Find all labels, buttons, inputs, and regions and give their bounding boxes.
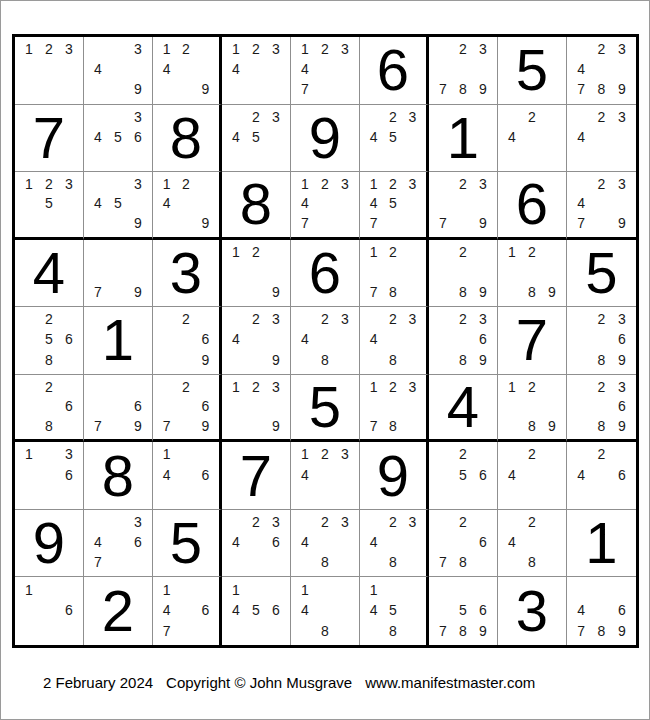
pencil-mark: 9 xyxy=(473,79,493,99)
pencil-mark: 7 xyxy=(88,416,108,436)
cell-r3c8: 6 xyxy=(498,172,567,240)
pencil-mark: 9 xyxy=(612,620,632,641)
pencil-mark: 2 xyxy=(383,377,402,397)
cell-r4c3: 3 xyxy=(153,240,222,308)
pencil-mark: 9 xyxy=(128,79,148,99)
pencil-mark: 2 xyxy=(315,309,335,329)
pencil-mark: 6 xyxy=(59,465,79,485)
pencil-mark: 4 xyxy=(571,127,591,147)
pencil-mark: 3 xyxy=(59,39,79,59)
pencil-mark: 2 xyxy=(453,174,473,194)
cell-r9c7: 56789 xyxy=(429,577,498,645)
pencil-marks: 23789 xyxy=(429,37,497,104)
pencil-mark: 8 xyxy=(383,552,402,572)
pencil-mark: 3 xyxy=(128,39,148,59)
cell-r5c2: 1 xyxy=(84,307,153,375)
pencil-mark: 5 xyxy=(108,194,128,214)
pencil-mark: 9 xyxy=(542,282,562,302)
pencil-mark: 8 xyxy=(453,552,473,572)
pencil-mark: 3 xyxy=(335,174,355,194)
pencil-mark: 3 xyxy=(335,309,355,329)
pencil-mark: 4 xyxy=(157,600,176,621)
cell-r2c5: 9 xyxy=(291,105,360,173)
cell-value: 1 xyxy=(84,307,152,374)
pencil-mark: 3 xyxy=(335,512,355,532)
pencil-mark: 2 xyxy=(383,512,402,532)
pencil-mark: 8 xyxy=(39,350,59,370)
pencil-mark: 2 xyxy=(453,444,473,464)
cell-r3c4: 8 xyxy=(222,172,291,240)
cell-r1c4: 1234 xyxy=(222,37,291,105)
pencil-mark: 2 xyxy=(176,309,195,329)
cell-r4c1: 4 xyxy=(15,240,84,308)
cell-value: 5 xyxy=(291,375,359,440)
pencil-mark: 2 xyxy=(176,39,195,59)
pencil-marks: 46789 xyxy=(567,577,636,645)
pencil-marks: 2348 xyxy=(360,307,426,374)
pencil-mark: 2 xyxy=(591,377,611,397)
pencil-mark: 9 xyxy=(196,416,215,436)
pencil-mark: 6 xyxy=(59,329,79,349)
pencil-marks: 1249 xyxy=(153,172,219,237)
pencil-mark: 7 xyxy=(433,213,453,233)
pencil-mark: 2 xyxy=(383,309,402,329)
pencil-marks: 146 xyxy=(153,442,219,509)
pencil-mark: 6 xyxy=(128,532,148,552)
pencil-mark: 6 xyxy=(473,329,493,349)
cell-r5c1: 2568 xyxy=(15,307,84,375)
pencil-mark: 2 xyxy=(315,444,335,464)
pencil-mark: 3 xyxy=(128,174,148,194)
pencil-mark: 3 xyxy=(403,512,422,532)
cell-r7c4: 7 xyxy=(222,442,291,510)
pencil-mark: 1 xyxy=(364,242,383,262)
pencil-mark: 4 xyxy=(226,600,246,621)
pencil-mark: 7 xyxy=(88,552,108,572)
pencil-marks: 1234 xyxy=(291,442,359,509)
pencil-mark: 2 xyxy=(453,39,473,59)
pencil-mark: 9 xyxy=(542,416,562,436)
pencil-mark: 8 xyxy=(453,79,473,99)
cell-r8c5: 2348 xyxy=(291,510,360,578)
pencil-mark: 7 xyxy=(433,79,453,99)
pencil-mark: 3 xyxy=(403,309,422,329)
pencil-mark: 6 xyxy=(266,600,286,621)
cell-r3c5: 12347 xyxy=(291,172,360,240)
pencil-marks: 3467 xyxy=(84,510,152,577)
cell-r5c4: 2349 xyxy=(222,307,291,375)
pencil-mark: 8 xyxy=(383,350,402,370)
pencil-mark: 1 xyxy=(364,579,383,600)
pencil-marks: 2678 xyxy=(429,510,497,577)
pencil-marks: 2568 xyxy=(15,307,83,374)
pencil-marks: 268 xyxy=(15,375,83,440)
pencil-mark: 1 xyxy=(502,242,522,262)
cell-r1c5: 12347 xyxy=(291,37,360,105)
pencil-mark: 2 xyxy=(522,512,542,532)
pencil-marks: 2345 xyxy=(222,105,290,172)
pencil-mark: 1 xyxy=(502,377,522,397)
pencil-mark: 5 xyxy=(383,194,402,214)
footer-copyright: Copyright © John Musgrave xyxy=(166,674,352,691)
pencil-mark: 4 xyxy=(295,194,315,214)
cell-r3c1: 1235 xyxy=(15,172,84,240)
pencil-mark: 2 xyxy=(246,377,266,397)
pencil-mark: 1 xyxy=(226,39,246,59)
pencil-marks: 3459 xyxy=(84,172,152,237)
footer-website: www.manifestmaster.com xyxy=(365,674,535,691)
cell-r2c9: 234 xyxy=(567,105,636,173)
cell-r3c3: 1249 xyxy=(153,172,222,240)
pencil-mark: 2 xyxy=(591,39,611,59)
cell-value: 6 xyxy=(291,240,359,307)
cell-r8c3: 5 xyxy=(153,510,222,578)
cell-r7c3: 146 xyxy=(153,442,222,510)
pencil-mark: 6 xyxy=(128,127,148,147)
cell-r9c1: 16 xyxy=(15,577,84,645)
cell-r1c8: 5 xyxy=(498,37,567,105)
pencil-mark: 3 xyxy=(612,39,632,59)
pencil-mark: 7 xyxy=(433,552,453,572)
cell-value: 9 xyxy=(291,105,359,172)
pencil-mark: 6 xyxy=(196,465,215,485)
pencil-mark: 8 xyxy=(522,282,542,302)
pencil-mark: 5 xyxy=(246,600,266,621)
pencil-marks: 1467 xyxy=(153,577,219,645)
pencil-mark: 2 xyxy=(39,309,59,329)
pencil-marks: 256 xyxy=(429,442,497,509)
pencil-mark: 2 xyxy=(591,174,611,194)
pencil-mark: 2 xyxy=(522,377,542,397)
pencil-mark: 4 xyxy=(226,532,246,552)
pencil-mark: 9 xyxy=(612,416,632,436)
pencil-mark: 3 xyxy=(403,107,422,127)
pencil-mark: 7 xyxy=(433,620,453,641)
cell-r5c8: 7 xyxy=(498,307,567,375)
pencil-marks: 23689 xyxy=(567,375,636,440)
pencil-mark: 1 xyxy=(364,174,383,194)
pencil-marks: 16 xyxy=(15,577,83,645)
pencil-mark: 4 xyxy=(364,329,383,349)
cell-value: 7 xyxy=(15,105,83,172)
pencil-marks: 23479 xyxy=(567,172,636,237)
cell-r7c8: 24 xyxy=(498,442,567,510)
pencil-mark: 5 xyxy=(108,127,128,147)
cell-r8c6: 2348 xyxy=(360,510,429,578)
pencil-mark: 4 xyxy=(502,127,522,147)
pencil-mark: 1 xyxy=(295,39,315,59)
cell-r2c2: 3456 xyxy=(84,105,153,173)
pencil-mark: 2 xyxy=(39,377,59,397)
pencil-marks: 123457 xyxy=(360,172,426,237)
cell-r8c2: 3467 xyxy=(84,510,153,578)
cell-r8c7: 2678 xyxy=(429,510,498,578)
pencil-mark: 6 xyxy=(473,532,493,552)
pencil-mark: 1 xyxy=(157,444,176,464)
cell-r6c3: 2679 xyxy=(153,375,222,443)
pencil-mark: 3 xyxy=(266,107,286,127)
pencil-mark: 1 xyxy=(226,242,246,262)
pencil-mark: 2 xyxy=(176,377,195,397)
pencil-marks: 1458 xyxy=(360,577,426,645)
cell-value: 1 xyxy=(429,105,497,172)
cell-r9c2: 2 xyxy=(84,577,153,645)
pencil-mark: 1 xyxy=(295,579,315,600)
cell-r7c9: 246 xyxy=(567,442,636,510)
cell-value: 2 xyxy=(84,577,152,645)
pencil-marks: 24 xyxy=(498,105,566,172)
pencil-mark: 9 xyxy=(612,350,632,370)
pencil-mark: 3 xyxy=(612,174,632,194)
pencil-mark: 3 xyxy=(335,444,355,464)
pencil-mark: 8 xyxy=(383,416,402,436)
pencil-mark: 3 xyxy=(612,309,632,329)
cell-r4c6: 1278 xyxy=(360,240,429,308)
cell-r6c9: 23689 xyxy=(567,375,636,443)
pencil-marks: 2346 xyxy=(222,510,290,577)
cell-r6c8: 1289 xyxy=(498,375,567,443)
cell-r4c8: 1289 xyxy=(498,240,567,308)
cell-value: 4 xyxy=(15,240,83,307)
pencil-mark: 2 xyxy=(39,39,59,59)
cell-r8c1: 9 xyxy=(15,510,84,578)
cell-r4c7: 289 xyxy=(429,240,498,308)
pencil-marks: 2348 xyxy=(291,510,359,577)
pencil-mark: 1 xyxy=(19,39,39,59)
cell-r3c2: 3459 xyxy=(84,172,153,240)
pencil-mark: 8 xyxy=(522,552,542,572)
cell-r2c8: 24 xyxy=(498,105,567,173)
cell-r4c4: 129 xyxy=(222,240,291,308)
pencil-mark: 1 xyxy=(226,377,246,397)
pencil-mark: 2 xyxy=(315,39,335,59)
cell-r9c6: 1458 xyxy=(360,577,429,645)
pencil-mark: 4 xyxy=(157,59,176,79)
pencil-marks: 248 xyxy=(498,510,566,577)
pencil-mark: 7 xyxy=(571,620,591,641)
cell-r5c5: 2348 xyxy=(291,307,360,375)
pencil-mark: 1 xyxy=(157,39,176,59)
pencil-mark: 6 xyxy=(612,600,632,621)
cell-r9c9: 46789 xyxy=(567,577,636,645)
cell-r6c7: 4 xyxy=(429,375,498,443)
pencil-mark: 4 xyxy=(226,127,246,147)
pencil-mark: 9 xyxy=(196,79,215,99)
pencil-mark: 4 xyxy=(571,194,591,214)
pencil-marks: 2348 xyxy=(360,510,426,577)
pencil-mark: 8 xyxy=(39,416,59,436)
pencil-mark: 8 xyxy=(591,620,611,641)
pencil-marks: 1249 xyxy=(153,37,219,104)
cell-r4c5: 6 xyxy=(291,240,360,308)
cell-r4c2: 79 xyxy=(84,240,153,308)
pencil-mark: 3 xyxy=(128,512,148,532)
cell-r9c8: 3 xyxy=(498,577,567,645)
cell-r3c6: 123457 xyxy=(360,172,429,240)
pencil-mark: 3 xyxy=(266,39,286,59)
pencil-mark: 9 xyxy=(266,416,286,436)
pencil-mark: 8 xyxy=(591,350,611,370)
cell-value: 3 xyxy=(153,240,219,307)
cell-r8c8: 248 xyxy=(498,510,567,578)
pencil-mark: 4 xyxy=(364,532,383,552)
cell-value: 3 xyxy=(498,577,566,645)
pencil-mark: 7 xyxy=(88,282,108,302)
pencil-mark: 1 xyxy=(19,444,39,464)
cell-r1c3: 1249 xyxy=(153,37,222,105)
pencil-mark: 8 xyxy=(383,282,402,302)
pencil-mark: 7 xyxy=(364,213,383,233)
pencil-marks: 123 xyxy=(15,37,83,104)
pencil-marks: 2349 xyxy=(222,307,290,374)
pencil-mark: 4 xyxy=(295,59,315,79)
pencil-mark: 3 xyxy=(473,174,493,194)
pencil-mark: 2 xyxy=(246,242,266,262)
pencil-mark: 3 xyxy=(335,39,355,59)
pencil-mark: 3 xyxy=(403,174,422,194)
cell-r6c2: 679 xyxy=(84,375,153,443)
cell-value: 5 xyxy=(153,510,219,577)
cell-r2c6: 2345 xyxy=(360,105,429,173)
pencil-mark: 2 xyxy=(522,242,542,262)
pencil-mark: 7 xyxy=(571,213,591,233)
pencil-mark: 5 xyxy=(246,127,266,147)
cell-r6c4: 1239 xyxy=(222,375,291,443)
pencil-mark: 4 xyxy=(571,59,591,79)
pencil-mark: 7 xyxy=(295,79,315,99)
cell-value: 8 xyxy=(153,105,219,172)
footer-date: 2 February 2024 xyxy=(43,674,153,691)
pencil-mark: 9 xyxy=(128,213,148,233)
pencil-mark: 4 xyxy=(571,600,591,621)
pencil-mark: 3 xyxy=(59,444,79,464)
cell-value: 6 xyxy=(360,37,426,104)
pencil-mark: 7 xyxy=(157,416,176,436)
pencil-mark: 2 xyxy=(315,512,335,532)
pencil-marks: 12347 xyxy=(291,37,359,104)
cell-r9c5: 148 xyxy=(291,577,360,645)
cell-r6c6: 12378 xyxy=(360,375,429,443)
cell-r7c5: 1234 xyxy=(291,442,360,510)
pencil-mark: 3 xyxy=(59,174,79,194)
pencil-marks: 1289 xyxy=(498,240,566,307)
cell-value: 6 xyxy=(498,172,566,237)
pencil-mark: 6 xyxy=(196,329,215,349)
cell-r7c6: 9 xyxy=(360,442,429,510)
pencil-marks: 23689 xyxy=(567,307,636,374)
pencil-marks: 24 xyxy=(498,442,566,509)
pencil-mark: 8 xyxy=(522,416,542,436)
pencil-mark: 5 xyxy=(453,600,473,621)
pencil-mark: 8 xyxy=(315,552,335,572)
pencil-mark: 9 xyxy=(612,213,632,233)
pencil-mark: 2 xyxy=(176,174,195,194)
pencil-marks: 3456 xyxy=(84,105,152,172)
pencil-mark: 9 xyxy=(196,350,215,370)
pencil-mark: 2 xyxy=(39,174,59,194)
pencil-mark: 1 xyxy=(226,579,246,600)
cell-r5c6: 2348 xyxy=(360,307,429,375)
cell-r5c9: 23689 xyxy=(567,307,636,375)
pencil-mark: 4 xyxy=(571,465,591,485)
cell-r7c1: 136 xyxy=(15,442,84,510)
cell-r8c4: 2346 xyxy=(222,510,291,578)
pencil-mark: 7 xyxy=(364,416,383,436)
pencil-mark: 2 xyxy=(591,309,611,329)
pencil-mark: 9 xyxy=(612,79,632,99)
cell-value: 5 xyxy=(498,37,566,104)
pencil-mark: 1 xyxy=(157,579,176,600)
pencil-mark: 4 xyxy=(88,127,108,147)
pencil-mark: 6 xyxy=(196,600,215,621)
pencil-mark: 4 xyxy=(364,194,383,214)
pencil-mark: 2 xyxy=(522,107,542,127)
pencil-marks: 349 xyxy=(84,37,152,104)
pencil-marks: 148 xyxy=(291,577,359,645)
pencil-mark: 2 xyxy=(522,444,542,464)
pencil-mark: 2 xyxy=(246,107,266,127)
pencil-mark: 3 xyxy=(266,512,286,532)
cell-r7c7: 256 xyxy=(429,442,498,510)
pencil-mark: 9 xyxy=(196,213,215,233)
cell-r1c7: 23789 xyxy=(429,37,498,105)
pencil-mark: 8 xyxy=(453,282,473,302)
pencil-mark: 3 xyxy=(266,309,286,329)
pencil-mark: 1 xyxy=(157,174,176,194)
pencil-mark: 4 xyxy=(295,600,315,621)
pencil-mark: 8 xyxy=(591,79,611,99)
cell-value: 7 xyxy=(222,442,290,509)
pencil-mark: 7 xyxy=(364,282,383,302)
pencil-mark: 2 xyxy=(315,174,335,194)
pencil-mark: 6 xyxy=(612,329,632,349)
pencil-mark: 2 xyxy=(383,107,402,127)
cell-value: 9 xyxy=(15,510,83,577)
pencil-mark: 4 xyxy=(295,532,315,552)
pencil-mark: 6 xyxy=(473,465,493,485)
cell-r7c2: 8 xyxy=(84,442,153,510)
cell-r2c4: 2345 xyxy=(222,105,291,173)
pencil-mark: 5 xyxy=(39,329,59,349)
pencil-marks: 234789 xyxy=(567,37,636,104)
cell-value: 8 xyxy=(222,172,290,237)
pencil-marks: 1278 xyxy=(360,240,426,307)
pencil-mark: 4 xyxy=(295,329,315,349)
pencil-mark: 6 xyxy=(128,396,148,416)
pencil-mark: 4 xyxy=(226,329,246,349)
cell-value: 9 xyxy=(360,442,426,509)
pencil-marks: 1456 xyxy=(222,577,290,645)
pencil-mark: 8 xyxy=(453,350,473,370)
cell-r2c7: 1 xyxy=(429,105,498,173)
pencil-mark: 4 xyxy=(157,465,176,485)
sudoku-board: 1233491249123412347623789523478973456823… xyxy=(12,34,639,648)
pencil-mark: 1 xyxy=(19,579,39,600)
cell-value: 5 xyxy=(567,240,636,307)
cell-value: 1 xyxy=(567,510,636,577)
pencil-mark: 3 xyxy=(266,377,286,397)
cell-r9c4: 1456 xyxy=(222,577,291,645)
pencil-mark: 6 xyxy=(612,465,632,485)
pencil-marks: 56789 xyxy=(429,577,497,645)
pencil-marks: 129 xyxy=(222,240,290,307)
pencil-mark: 2 xyxy=(246,39,266,59)
pencil-marks: 23689 xyxy=(429,307,497,374)
pencil-marks: 1235 xyxy=(15,172,83,237)
cell-r6c1: 268 xyxy=(15,375,84,443)
pencil-mark: 4 xyxy=(502,532,522,552)
pencil-mark: 4 xyxy=(88,194,108,214)
